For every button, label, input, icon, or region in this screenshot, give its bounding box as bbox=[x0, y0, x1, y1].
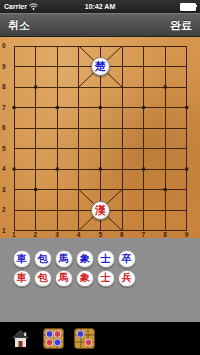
han-tray-piece[interactable]: 包 bbox=[34, 270, 52, 288]
cancel-button[interactable]: 취소 bbox=[8, 18, 30, 33]
board-grid[interactable]: 楚漢 bbox=[3, 36, 197, 241]
cho-tray-piece[interactable]: 車 bbox=[13, 250, 31, 268]
cho-general-piece[interactable]: 楚 bbox=[91, 57, 110, 76]
han-tray-piece[interactable]: 士 bbox=[97, 270, 115, 288]
cho-tray-piece[interactable]: 象 bbox=[76, 250, 94, 268]
han-tray-piece[interactable]: 馬 bbox=[55, 270, 73, 288]
cho-tray-piece[interactable]: 士 bbox=[97, 250, 115, 268]
han-tray-piece[interactable]: 兵 bbox=[118, 270, 136, 288]
battery-icon bbox=[180, 3, 196, 11]
cho-tray-row: 車包馬象士卒 bbox=[13, 250, 200, 268]
janggi-editor-screen: Carrier 10:42 AM 취소 완료 bbox=[0, 0, 200, 355]
status-bar: Carrier 10:42 AM bbox=[0, 0, 200, 13]
nav-bar: 취소 완료 bbox=[0, 13, 200, 37]
cho-tray-piece[interactable]: 包 bbox=[34, 250, 52, 268]
bottom-toolbar bbox=[0, 322, 200, 355]
home-icon[interactable] bbox=[12, 330, 29, 348]
cho-tray-piece[interactable]: 卒 bbox=[118, 250, 136, 268]
done-button[interactable]: 완료 bbox=[170, 18, 192, 33]
janggi-board: 0987654321123456789 楚漢 bbox=[0, 37, 200, 238]
clock: 10:42 AM bbox=[0, 3, 200, 10]
han-tray-piece[interactable]: 車 bbox=[13, 270, 31, 288]
han-tray-piece[interactable]: 象 bbox=[76, 270, 94, 288]
board-four-pieces-icon[interactable] bbox=[43, 328, 64, 349]
han-general-piece[interactable]: 漢 bbox=[91, 201, 110, 220]
piece-tray: 車包馬象士卒車包馬象士兵 bbox=[0, 238, 200, 322]
han-tray-row: 車包馬象士兵 bbox=[13, 270, 200, 288]
cho-tray-piece[interactable]: 馬 bbox=[55, 250, 73, 268]
board-two-pieces-icon[interactable] bbox=[74, 328, 95, 349]
